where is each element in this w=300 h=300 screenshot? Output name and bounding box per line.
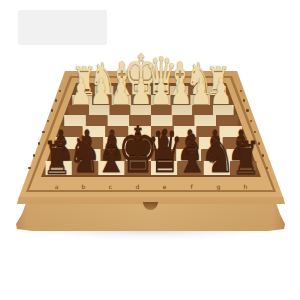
chess-piece-black-r: ♜: [231, 135, 260, 181]
chess-piece-white-p: ♟: [210, 74, 233, 110]
chess-piece-black-n: ♞: [203, 130, 235, 181]
chess-piece-white-p: ♟: [69, 74, 92, 110]
pieces-layer: ♜♞♝♚♛♝♞♜♟♟♟♟♟♟♟♟♟♟♟♟♟♟♟♟♜♞♝♚♛♝♞♜: [0, 0, 300, 300]
chess-piece-black-r: ♜: [42, 135, 71, 181]
product-photo-scene: abcdefgh ♜♞♝♚♛♝♞♜♟♟♟♟♟♟♟♟♟♟♟♟♟♟♟♟♜♞♝♚♛♝♞…: [0, 0, 300, 300]
chess-piece-white-p: ♟: [89, 74, 112, 110]
chess-piece-white-p: ♟: [109, 74, 132, 110]
